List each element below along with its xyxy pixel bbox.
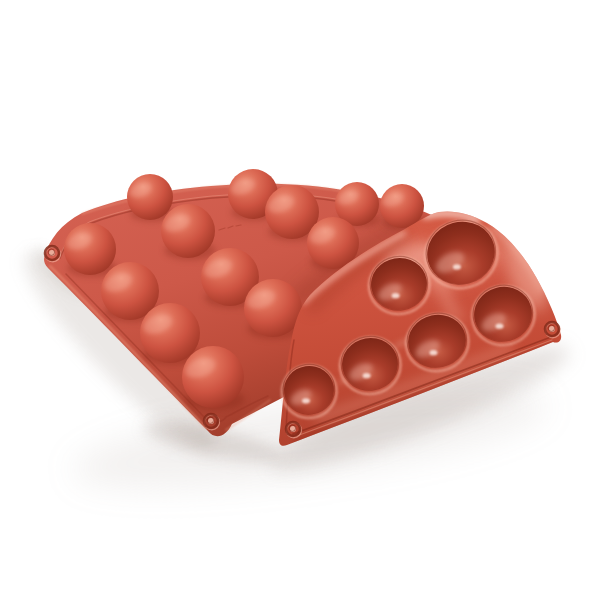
- cavity-specular-dot: [496, 324, 504, 329]
- cavity-specular-dot: [363, 373, 371, 378]
- dome: [182, 346, 244, 410]
- product-photo: Two terracotta silicone hemisphere choco…: [0, 0, 600, 600]
- cavity-specular-dot: [302, 398, 310, 403]
- dome: [161, 204, 216, 260]
- dome: [64, 223, 117, 277]
- cavity-specular-dot: [430, 350, 438, 355]
- scene-svg: [0, 0, 600, 600]
- cavity-specular-dot: [392, 293, 400, 298]
- cavity-specular-dot: [453, 264, 461, 269]
